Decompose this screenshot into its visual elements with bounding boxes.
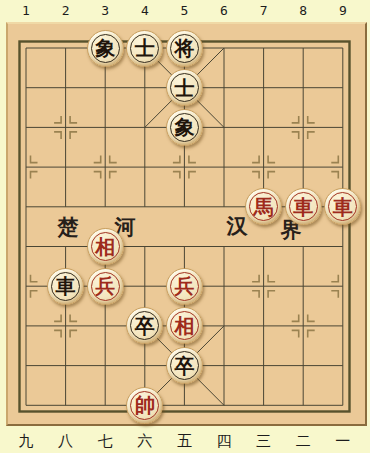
piece-red-general[interactable]: 帥 <box>126 387 163 424</box>
file-label-top-6: 6 <box>220 3 228 18</box>
piece-glyph: 相 <box>88 229 123 264</box>
piece-black-elephant[interactable]: 象 <box>87 30 124 67</box>
file-label-bottom-4: 六 <box>137 432 152 451</box>
xiangqi-screen: 楚河汉界 123456789 九八七六五四三二一 象士将士象馬車車相車兵兵卒相卒… <box>0 0 370 453</box>
piece-red-horse[interactable]: 馬 <box>245 188 282 225</box>
piece-glyph: 卒 <box>167 348 202 383</box>
file-label-bottom-2: 八 <box>58 432 73 451</box>
file-label-bottom-8: 二 <box>296 432 311 451</box>
file-label-top-7: 7 <box>260 3 268 18</box>
file-label-bottom-9: 一 <box>335 432 350 451</box>
file-label-top-1: 1 <box>22 3 30 18</box>
file-label-top-8: 8 <box>299 3 307 18</box>
piece-glyph: 士 <box>127 31 162 66</box>
river-char-han: 汉 <box>227 215 248 236</box>
piece-glyph: 兵 <box>88 269 123 304</box>
file-label-bottom-6: 四 <box>217 432 232 451</box>
piece-glyph: 象 <box>167 110 202 145</box>
piece-red-elephant[interactable]: 相 <box>87 228 124 265</box>
piece-red-pawn[interactable]: 兵 <box>87 268 124 305</box>
piece-red-pawn[interactable]: 兵 <box>166 268 203 305</box>
piece-black-advisor[interactable]: 士 <box>166 69 203 106</box>
piece-black-pawn[interactable]: 卒 <box>126 307 163 344</box>
piece-glyph: 象 <box>88 31 123 66</box>
file-label-top-5: 5 <box>180 3 188 18</box>
river-char-chu: 楚 <box>58 216 79 237</box>
piece-black-elephant[interactable]: 象 <box>166 109 203 146</box>
file-label-top-9: 9 <box>339 3 347 18</box>
file-label-bottom-7: 三 <box>256 432 271 451</box>
piece-glyph: 相 <box>167 308 202 343</box>
piece-glyph: 帥 <box>127 388 162 423</box>
piece-red-elephant[interactable]: 相 <box>166 307 203 344</box>
file-label-bottom-1: 九 <box>19 432 34 451</box>
file-label-top-4: 4 <box>141 3 149 18</box>
piece-glyph: 車 <box>325 189 360 224</box>
piece-glyph: 士 <box>167 70 202 105</box>
piece-black-advisor[interactable]: 士 <box>126 30 163 67</box>
piece-glyph: 兵 <box>167 269 202 304</box>
piece-red-chariot[interactable]: 車 <box>285 188 322 225</box>
piece-black-pawn[interactable]: 卒 <box>166 347 203 384</box>
piece-glyph: 将 <box>167 31 202 66</box>
piece-glyph: 車 <box>48 269 83 304</box>
file-label-top-2: 2 <box>62 3 70 18</box>
piece-black-chariot[interactable]: 車 <box>47 268 84 305</box>
piece-black-general[interactable]: 将 <box>166 30 203 67</box>
file-label-top-3: 3 <box>101 3 109 18</box>
file-label-bottom-3: 七 <box>98 432 113 451</box>
piece-glyph: 馬 <box>246 189 281 224</box>
piece-glyph: 車 <box>286 189 321 224</box>
piece-glyph: 卒 <box>127 308 162 343</box>
piece-red-chariot[interactable]: 車 <box>324 188 361 225</box>
file-label-bottom-5: 五 <box>177 432 192 451</box>
